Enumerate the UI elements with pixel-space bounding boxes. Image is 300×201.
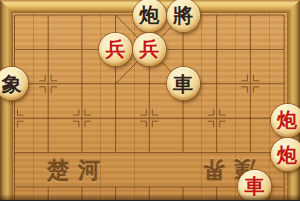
piece-glyph: 炮: [277, 145, 297, 165]
piece-glyph: 兵: [106, 39, 126, 59]
piece-red-chariot[interactable]: 車: [238, 170, 271, 201]
piece-glyph: 車: [244, 176, 264, 196]
piece-black-general[interactable]: 將: [167, 0, 200, 32]
piece-glyph: 兵: [139, 39, 159, 59]
piece-glyph: 象: [2, 74, 22, 94]
piece-red-cannon-1[interactable]: 炮: [271, 104, 300, 137]
piece-black-cannon[interactable]: 炮: [133, 0, 166, 32]
piece-red-soldier-2[interactable]: 兵: [133, 33, 166, 66]
xiangqi-game-screen: 楚河 漢界 炮將兵兵象車炮炮車: [0, 0, 300, 200]
piece-black-elephant[interactable]: 象: [0, 67, 28, 100]
piece-black-chariot[interactable]: 車: [167, 67, 200, 100]
piece-red-soldier-1[interactable]: 兵: [99, 33, 132, 66]
pieces-layer: 炮將兵兵象車炮炮車: [0, 0, 300, 200]
piece-glyph: 炮: [139, 5, 159, 25]
piece-glyph: 炮: [277, 110, 297, 130]
piece-glyph: 將: [173, 5, 193, 25]
piece-glyph: 車: [173, 74, 193, 94]
piece-red-cannon-2[interactable]: 炮: [271, 138, 300, 171]
